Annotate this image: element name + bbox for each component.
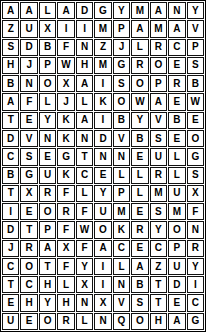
- grid-cell[interactable]: E: [168, 57, 185, 74]
- grid-cell[interactable]: W: [57, 57, 74, 74]
- grid-cell[interactable]: U: [2, 313, 19, 330]
- grid-cell[interactable]: S: [150, 130, 167, 147]
- grid-cell[interactable]: C: [20, 276, 37, 293]
- grid-cell[interactable]: S: [187, 167, 204, 184]
- grid-cell[interactable]: V: [20, 130, 37, 147]
- grid-cell[interactable]: O: [131, 75, 148, 92]
- grid-cell[interactable]: K: [94, 93, 111, 110]
- grid-cell[interactable]: G: [20, 167, 37, 184]
- grid-cell[interactable]: G: [113, 57, 130, 74]
- grid-cell[interactable]: D: [2, 221, 19, 238]
- grid-cell[interactable]: O: [113, 93, 130, 110]
- grid-cell[interactable]: H: [76, 57, 93, 74]
- grid-cell[interactable]: G: [94, 2, 111, 19]
- grid-cell[interactable]: A: [150, 2, 167, 19]
- grid-cell[interactable]: B: [187, 75, 204, 92]
- grid-cell[interactable]: O: [187, 130, 204, 147]
- grid-cell[interactable]: E: [20, 112, 37, 129]
- grid-cell[interactable]: M: [113, 203, 130, 220]
- grid-cell[interactable]: F: [187, 203, 204, 220]
- grid-cell[interactable]: F: [57, 258, 74, 275]
- grid-cell[interactable]: A: [131, 20, 148, 37]
- grid-cell[interactable]: J: [2, 240, 19, 257]
- grid-cell[interactable]: D: [20, 39, 37, 56]
- grid-cell[interactable]: N: [76, 39, 93, 56]
- grid-cell[interactable]: W: [76, 221, 93, 238]
- grid-cell[interactable]: I: [2, 203, 19, 220]
- grid-cell[interactable]: D: [168, 276, 185, 293]
- grid-cell[interactable]: V: [187, 20, 204, 37]
- grid-cell[interactable]: C: [187, 294, 204, 311]
- grid-cell[interactable]: U: [150, 148, 167, 165]
- grid-cell[interactable]: F: [76, 203, 93, 220]
- grid-cell[interactable]: O: [131, 313, 148, 330]
- grid-cell[interactable]: X: [20, 185, 37, 202]
- grid-cell[interactable]: K: [113, 221, 130, 238]
- grid-cell[interactable]: B: [113, 112, 130, 129]
- grid-cell[interactable]: E: [131, 148, 148, 165]
- grid-cell[interactable]: N: [113, 276, 130, 293]
- grid-cell[interactable]: X: [94, 294, 111, 311]
- grid-cell[interactable]: O: [20, 258, 37, 275]
- grid-cell[interactable]: L: [168, 148, 185, 165]
- grid-cell[interactable]: E: [168, 93, 185, 110]
- grid-cell[interactable]: I: [76, 20, 93, 37]
- grid-cell[interactable]: X: [187, 185, 204, 202]
- grid-cell[interactable]: N: [94, 148, 111, 165]
- grid-cell[interactable]: Y: [150, 221, 167, 238]
- grid-cell[interactable]: P: [187, 39, 204, 56]
- grid-cell[interactable]: P: [150, 75, 167, 92]
- grid-cell[interactable]: B: [131, 276, 148, 293]
- grid-cell[interactable]: G: [187, 148, 204, 165]
- grid-cell[interactable]: A: [76, 112, 93, 129]
- grid-cell[interactable]: C: [2, 148, 19, 165]
- grid-cell[interactable]: M: [94, 20, 111, 37]
- grid-cell[interactable]: N: [94, 313, 111, 330]
- grid-cell[interactable]: R: [39, 185, 56, 202]
- grid-cell[interactable]: H: [57, 294, 74, 311]
- grid-cell[interactable]: H: [2, 57, 19, 74]
- grid-cell[interactable]: D: [76, 2, 93, 19]
- grid-cell[interactable]: A: [57, 2, 74, 19]
- grid-cell[interactable]: X: [39, 20, 56, 37]
- grid-cell[interactable]: H: [150, 313, 167, 330]
- grid-cell[interactable]: O: [39, 203, 56, 220]
- grid-cell[interactable]: K: [57, 130, 74, 147]
- grid-cell[interactable]: J: [20, 57, 37, 74]
- grid-cell[interactable]: T: [76, 148, 93, 165]
- grid-cell[interactable]: W: [187, 93, 204, 110]
- grid-cell[interactable]: S: [187, 57, 204, 74]
- grid-cell[interactable]: C: [2, 258, 19, 275]
- grid-cell[interactable]: N: [168, 2, 185, 19]
- grid-cell[interactable]: F: [76, 240, 93, 257]
- grid-cell[interactable]: S: [20, 148, 37, 165]
- grid-cell[interactable]: G: [57, 148, 74, 165]
- grid-cell[interactable]: O: [168, 221, 185, 238]
- grid-cell[interactable]: U: [168, 185, 185, 202]
- grid-cell[interactable]: C: [168, 39, 185, 56]
- grid-cell[interactable]: I: [94, 112, 111, 129]
- word-search-page: AALADGYMANYZUXIIMPAMAVSDBFNZJLRCPHJPWHMG…: [0, 0, 206, 332]
- grid-cell[interactable]: Y: [113, 2, 130, 19]
- grid-cell[interactable]: T: [39, 258, 56, 275]
- grid-cell[interactable]: Y: [94, 185, 111, 202]
- grid-cell[interactable]: U: [39, 167, 56, 184]
- grid-cell[interactable]: A: [76, 75, 93, 92]
- grid-cell[interactable]: R: [57, 203, 74, 220]
- grid-cell[interactable]: X: [57, 75, 74, 92]
- grid-cell[interactable]: M: [168, 203, 185, 220]
- grid-cell[interactable]: L: [131, 167, 148, 184]
- grid-cell[interactable]: R: [57, 313, 74, 330]
- grid-cell[interactable]: N: [76, 294, 93, 311]
- grid-cell[interactable]: E: [94, 167, 111, 184]
- grid-cell[interactable]: E: [2, 294, 19, 311]
- grid-cell[interactable]: D: [94, 130, 111, 147]
- grid-cell[interactable]: A: [20, 2, 37, 19]
- grid-cell[interactable]: L: [131, 39, 148, 56]
- grid-cell[interactable]: P: [113, 185, 130, 202]
- grid-cell[interactable]: T: [150, 276, 167, 293]
- grid-cell[interactable]: S: [113, 75, 130, 92]
- grid-cell[interactable]: S: [150, 203, 167, 220]
- grid-cell[interactable]: O: [94, 221, 111, 238]
- grid-cell[interactable]: T: [2, 185, 19, 202]
- grid-cell[interactable]: K: [57, 167, 74, 184]
- grid-cell[interactable]: X: [57, 240, 74, 257]
- grid-cell[interactable]: S: [131, 294, 148, 311]
- grid-cell[interactable]: R: [187, 240, 204, 257]
- grid-cell[interactable]: V: [113, 130, 130, 147]
- grid-cell[interactable]: F: [57, 221, 74, 238]
- grid-cell[interactable]: L: [131, 185, 148, 202]
- grid-cell[interactable]: I: [94, 258, 111, 275]
- grid-cell[interactable]: E: [187, 112, 204, 129]
- grid-cell[interactable]: J: [57, 93, 74, 110]
- grid-cell[interactable]: N: [20, 75, 37, 92]
- grid-cell[interactable]: Y: [76, 258, 93, 275]
- grid-cell[interactable]: U: [20, 20, 37, 37]
- grid-cell[interactable]: R: [168, 75, 185, 92]
- grid-cell[interactable]: B: [39, 39, 56, 56]
- grid-cell[interactable]: J: [113, 39, 130, 56]
- grid-cell[interactable]: L: [76, 185, 93, 202]
- grid-cell[interactable]: E: [131, 240, 148, 257]
- grid-cell[interactable]: E: [39, 148, 56, 165]
- grid-cell[interactable]: X: [76, 276, 93, 293]
- grid-cell[interactable]: K: [57, 112, 74, 129]
- grid-cell[interactable]: R: [131, 221, 148, 238]
- grid-cell[interactable]: A: [168, 313, 185, 330]
- grid-cell[interactable]: O: [39, 75, 56, 92]
- grid-cell[interactable]: I: [94, 75, 111, 92]
- grid-cell[interactable]: A: [39, 240, 56, 257]
- grid-cell[interactable]: S: [2, 39, 19, 56]
- grid-cell[interactable]: T: [150, 294, 167, 311]
- grid-cell[interactable]: Q: [113, 313, 130, 330]
- grid-cell[interactable]: Y: [131, 112, 148, 129]
- grid-cell[interactable]: L: [113, 258, 130, 275]
- grid-cell[interactable]: Z: [150, 258, 167, 275]
- grid-cell[interactable]: M: [150, 20, 167, 37]
- grid-cell[interactable]: N: [39, 130, 56, 147]
- grid-cell[interactable]: M: [131, 2, 148, 19]
- grid-cell[interactable]: V: [150, 112, 167, 129]
- grid-cell[interactable]: O: [150, 57, 167, 74]
- grid-cell[interactable]: Y: [187, 2, 204, 19]
- grid-cell[interactable]: A: [2, 93, 19, 110]
- grid-cell[interactable]: A: [168, 20, 185, 37]
- grid-cell[interactable]: F: [57, 39, 74, 56]
- grid-cell[interactable]: R: [150, 39, 167, 56]
- grid-cell[interactable]: M: [150, 185, 167, 202]
- grid-cell[interactable]: P: [39, 221, 56, 238]
- grid-cell[interactable]: U: [94, 203, 111, 220]
- grid-cell[interactable]: O: [39, 313, 56, 330]
- grid-cell[interactable]: B: [168, 112, 185, 129]
- grid-cell[interactable]: N: [113, 148, 130, 165]
- grid-cell[interactable]: G: [187, 313, 204, 330]
- grid-cell[interactable]: E: [131, 203, 148, 220]
- grid-cell[interactable]: V: [113, 294, 130, 311]
- grid-cell[interactable]: C: [150, 240, 167, 257]
- grid-cell[interactable]: E: [20, 313, 37, 330]
- grid-cell[interactable]: L: [76, 313, 93, 330]
- grid-cell[interactable]: W: [131, 93, 148, 110]
- grid-cell[interactable]: N: [187, 221, 204, 238]
- grid-cell[interactable]: D: [2, 130, 19, 147]
- grid-cell[interactable]: P: [39, 57, 56, 74]
- grid-cell[interactable]: A: [2, 2, 19, 19]
- grid-cell[interactable]: B: [131, 130, 148, 147]
- grid-cell[interactable]: F: [57, 185, 74, 202]
- grid-cell[interactable]: C: [76, 167, 93, 184]
- grid-cell[interactable]: E: [168, 294, 185, 311]
- grid-cell[interactable]: H: [39, 276, 56, 293]
- grid-cell[interactable]: P: [113, 20, 130, 37]
- grid-cell[interactable]: Z: [94, 39, 111, 56]
- grid-cell[interactable]: B: [2, 75, 19, 92]
- grid-cell[interactable]: T: [2, 276, 19, 293]
- grid-cell[interactable]: E: [20, 203, 37, 220]
- grid-cell[interactable]: F: [20, 93, 37, 110]
- grid-cell[interactable]: L: [39, 93, 56, 110]
- word-search-grid: AALADGYMANYZUXIIMPAMAVSDBFNZJLRCPHJPWHMG…: [2, 2, 204, 330]
- grid-cell[interactable]: Y: [187, 258, 204, 275]
- grid-cell[interactable]: B: [2, 167, 19, 184]
- grid-cell[interactable]: R: [131, 57, 148, 74]
- grid-cell[interactable]: N: [76, 130, 93, 147]
- grid-cell[interactable]: U: [168, 258, 185, 275]
- grid-cell[interactable]: C: [113, 240, 130, 257]
- grid-cell[interactable]: L: [39, 2, 56, 19]
- grid-cell[interactable]: R: [20, 240, 37, 257]
- grid-cell[interactable]: T: [2, 112, 19, 129]
- grid-cell[interactable]: P: [168, 240, 185, 257]
- grid-cell[interactable]: Z: [2, 20, 19, 37]
- grid-cell[interactable]: Y: [39, 112, 56, 129]
- grid-cell[interactable]: L: [57, 276, 74, 293]
- grid-cell[interactable]: A: [94, 240, 111, 257]
- grid-cell[interactable]: L: [168, 167, 185, 184]
- grid-cell[interactable]: E: [168, 130, 185, 147]
- grid-cell[interactable]: I: [94, 276, 111, 293]
- grid-cell[interactable]: I: [187, 276, 204, 293]
- grid-cell[interactable]: L: [113, 167, 130, 184]
- grid-cell[interactable]: I: [57, 20, 74, 37]
- grid-cell[interactable]: Y: [39, 294, 56, 311]
- grid-cell[interactable]: R: [150, 167, 167, 184]
- grid-cell[interactable]: A: [131, 258, 148, 275]
- grid-cell[interactable]: L: [76, 93, 93, 110]
- grid-cell[interactable]: H: [20, 294, 37, 311]
- grid-cell[interactable]: M: [94, 57, 111, 74]
- grid-cell[interactable]: T: [20, 221, 37, 238]
- grid-cell[interactable]: A: [150, 93, 167, 110]
